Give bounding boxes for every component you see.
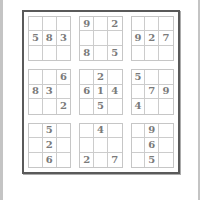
sudoku-cell-r2c7[interactable]: 9	[132, 31, 146, 45]
sudoku-cell-r1c3[interactable]	[57, 17, 71, 31]
sudoku-box-middle-left: 6832	[28, 69, 71, 114]
sudoku-cell-r5c4[interactable]: 6	[80, 85, 94, 99]
sudoku-cell-r3c7[interactable]	[132, 46, 146, 60]
sudoku-cell-r4c8[interactable]	[145, 70, 159, 84]
sudoku-cell-r4c3[interactable]: 6	[57, 70, 71, 84]
sudoku-cell-r2c8[interactable]: 2	[145, 31, 159, 45]
sudoku-cell-r7c1[interactable]	[29, 124, 43, 138]
right-edge-band	[198, 0, 201, 200]
sudoku-cell-r5c7[interactable]	[132, 85, 146, 99]
sudoku-cell-r2c1[interactable]: 5	[29, 31, 43, 45]
sudoku-cell-r7c9[interactable]	[159, 124, 173, 138]
sudoku-box-middle-right: 5794	[131, 69, 174, 114]
sudoku-cell-r8c1[interactable]	[29, 138, 43, 152]
sudoku-cell-r5c1[interactable]: 8	[29, 85, 43, 99]
sudoku-cell-r9c6[interactable]: 7	[108, 153, 122, 167]
sudoku-cell-r5c8[interactable]: 7	[145, 85, 159, 99]
sudoku-cell-r3c6[interactable]: 5	[108, 46, 122, 60]
sudoku-cell-r9c4[interactable]: 2	[80, 153, 94, 167]
sudoku-cell-r8c6[interactable]	[108, 138, 122, 152]
sudoku-cell-r7c4[interactable]	[80, 124, 94, 138]
sudoku-cell-r3c4[interactable]: 8	[80, 46, 94, 60]
sudoku-cell-r8c5[interactable]	[94, 138, 108, 152]
sudoku-cell-r2c2[interactable]: 8	[43, 31, 57, 45]
sudoku-box-top-center: 9285	[79, 16, 122, 61]
sudoku-cell-r3c8[interactable]	[145, 46, 159, 60]
sudoku-cell-r7c6[interactable]	[108, 124, 122, 138]
sudoku-cell-r9c2[interactable]: 6	[43, 153, 57, 167]
sudoku-cell-r4c9[interactable]	[159, 70, 173, 84]
sudoku-cell-r9c1[interactable]	[29, 153, 43, 167]
sudoku-cell-r8c9[interactable]	[159, 138, 173, 152]
sudoku-cell-r4c7[interactable]: 5	[132, 70, 146, 84]
sudoku-cell-r6c6[interactable]	[108, 99, 122, 113]
sudoku-cell-r2c9[interactable]: 7	[159, 31, 173, 45]
sudoku-cell-r6c3[interactable]: 2	[57, 99, 71, 113]
sudoku-cell-r8c8[interactable]: 6	[145, 138, 159, 152]
sudoku-box-middle-center: 26145	[79, 69, 122, 114]
sudoku-cell-r6c4[interactable]	[80, 99, 94, 113]
sudoku-cell-r6c1[interactable]	[29, 99, 43, 113]
sudoku-cell-r2c4[interactable]	[80, 31, 94, 45]
sudoku-cell-r7c7[interactable]	[132, 124, 146, 138]
sudoku-cell-r9c5[interactable]	[94, 153, 108, 167]
sudoku-cell-r6c5[interactable]: 5	[94, 99, 108, 113]
sudoku-board: 583 9285 927 6832 26145 5794 526 427 965	[22, 10, 180, 174]
sudoku-cell-r5c9[interactable]: 9	[159, 85, 173, 99]
sudoku-cell-r6c9[interactable]	[159, 99, 173, 113]
sudoku-cell-r5c6[interactable]: 4	[108, 85, 122, 99]
sudoku-cell-r9c8[interactable]: 5	[145, 153, 159, 167]
sudoku-cell-r7c2[interactable]: 5	[43, 124, 57, 138]
sudoku-cell-r6c8[interactable]	[145, 99, 159, 113]
sudoku-cell-r2c5[interactable]	[94, 31, 108, 45]
sudoku-cell-r7c8[interactable]: 9	[145, 124, 159, 138]
sudoku-cell-r4c5[interactable]: 2	[94, 70, 108, 84]
sudoku-cell-r1c2[interactable]	[43, 17, 57, 31]
left-edge-band	[0, 0, 3, 200]
sudoku-cell-r7c3[interactable]	[57, 124, 71, 138]
sudoku-cell-r2c6[interactable]	[108, 31, 122, 45]
sudoku-cell-r4c2[interactable]	[43, 70, 57, 84]
sudoku-cell-r9c9[interactable]	[159, 153, 173, 167]
sudoku-cell-r4c1[interactable]	[29, 70, 43, 84]
sudoku-box-bottom-center: 427	[79, 123, 122, 168]
sudoku-cell-r8c7[interactable]	[132, 138, 146, 152]
sudoku-box-bottom-left: 526	[28, 123, 71, 168]
sudoku-box-bottom-right: 965	[131, 123, 174, 168]
sudoku-cell-r5c3[interactable]	[57, 85, 71, 99]
screen: 583 9285 927 6832 26145 5794 526 427 965	[0, 0, 200, 200]
sudoku-box-top-right: 927	[131, 16, 174, 61]
sudoku-cell-r1c6[interactable]: 2	[108, 17, 122, 31]
sudoku-cell-r1c8[interactable]	[145, 17, 159, 31]
sudoku-cell-r4c6[interactable]	[108, 70, 122, 84]
sudoku-cell-r5c2[interactable]: 3	[43, 85, 57, 99]
sudoku-cell-r1c9[interactable]	[159, 17, 173, 31]
sudoku-cell-r1c5[interactable]	[94, 17, 108, 31]
sudoku-cell-r6c7[interactable]: 4	[132, 99, 146, 113]
sudoku-cell-r9c7[interactable]	[132, 153, 146, 167]
sudoku-cell-r7c5[interactable]: 4	[94, 124, 108, 138]
sudoku-cell-r8c2[interactable]: 2	[43, 138, 57, 152]
sudoku-cell-r3c1[interactable]	[29, 46, 43, 60]
sudoku-cell-r8c3[interactable]	[57, 138, 71, 152]
sudoku-cell-r3c9[interactable]	[159, 46, 173, 60]
sudoku-cell-r3c5[interactable]	[94, 46, 108, 60]
sudoku-cell-r1c7[interactable]	[132, 17, 146, 31]
sudoku-cell-r9c3[interactable]	[57, 153, 71, 167]
sudoku-cell-r6c2[interactable]	[43, 99, 57, 113]
sudoku-cell-r4c4[interactable]	[80, 70, 94, 84]
sudoku-cell-r3c3[interactable]	[57, 46, 71, 60]
sudoku-box-top-left: 583	[28, 16, 71, 61]
sudoku-cell-r1c4[interactable]: 9	[80, 17, 94, 31]
sudoku-cell-r8c4[interactable]	[80, 138, 94, 152]
sudoku-cell-r3c2[interactable]	[43, 46, 57, 60]
sudoku-cell-r5c5[interactable]: 1	[94, 85, 108, 99]
sudoku-cell-r1c1[interactable]	[29, 17, 43, 31]
sudoku-cell-r2c3[interactable]: 3	[57, 31, 71, 45]
